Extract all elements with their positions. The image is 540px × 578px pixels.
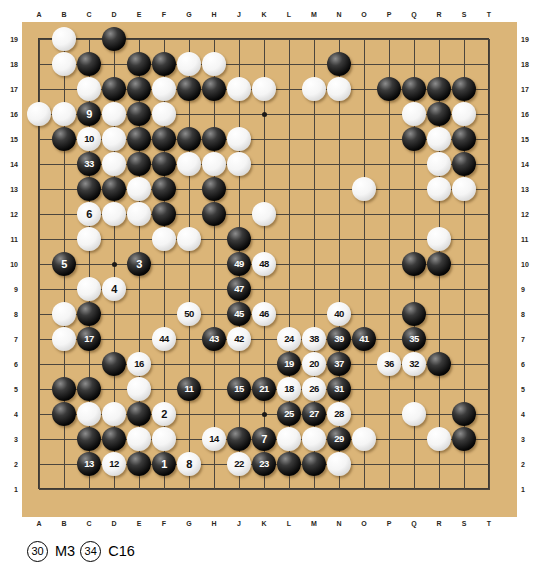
col-label-bottom-A: A [36,520,41,527]
stone-M5: 26 [302,377,326,401]
stone-O13 [352,177,376,201]
stone-G2: 8 [177,452,201,476]
row-label-left-4: 4 [0,411,18,418]
stone-E3 [127,427,151,451]
caption-move-34-stone: 34 [80,541,101,562]
stone-M2 [302,452,326,476]
row-label-left-1: 1 [0,486,18,493]
row-label-left-19: 19 [0,36,18,43]
kifu-diagram-page: 9103365349484475045464017444342243839413… [0,0,540,578]
col-label-top-T: T [487,11,491,18]
stone-Q10 [402,252,426,276]
col-label-top-O: O [361,11,366,18]
stone-Q7: 35 [402,327,426,351]
stone-S13 [452,177,476,201]
col-label-bottom-K: K [261,520,266,527]
stone-N2 [327,452,351,476]
move-number: 7 [261,434,267,445]
caption-move-30-point: M3 [55,543,75,559]
move-number: 12 [109,459,119,469]
move-number: 16 [134,359,144,369]
stone-D13 [102,177,126,201]
col-label-bottom-M: M [311,520,317,527]
stone-E13 [127,177,151,201]
stone-R6 [427,352,451,376]
stone-B7 [52,327,76,351]
move-number: 22 [234,459,244,469]
stone-F7: 44 [152,327,176,351]
move-number: 40 [334,309,344,319]
stone-N17 [327,77,351,101]
col-label-bottom-F: F [162,520,166,527]
move-number: 21 [259,384,269,394]
stone-E15 [127,127,151,151]
grid-line-v [389,39,390,490]
move-number: 41 [359,334,369,344]
col-label-top-E: E [137,11,142,18]
stone-F13 [152,177,176,201]
stone-N5: 31 [327,377,351,401]
stone-G15 [177,127,201,151]
col-label-top-D: D [111,11,116,18]
stone-A16 [27,102,51,126]
stone-J9: 47 [227,277,251,301]
move-number: 13 [84,459,94,469]
col-label-top-R: R [436,11,441,18]
stone-H17 [202,77,226,101]
stone-D12 [102,202,126,226]
stone-R14 [427,152,451,176]
col-label-bottom-T: T [487,520,491,527]
stone-F12 [152,202,176,226]
move-number: 45 [234,309,244,319]
col-label-bottom-S: S [462,520,467,527]
col-label-top-P: P [387,11,392,18]
stone-H15 [202,127,226,151]
stone-B19 [52,27,76,51]
stone-Q4 [402,402,426,426]
stone-D9: 4 [102,277,126,301]
stone-B15 [52,127,76,151]
stone-Q15 [402,127,426,151]
stone-C15: 10 [77,127,101,151]
stone-G17 [177,77,201,101]
stone-P6: 36 [377,352,401,376]
move-number: 5 [61,259,67,270]
move-number: 43 [209,334,219,344]
stone-B10: 5 [52,252,76,276]
stone-D19 [102,27,126,51]
col-label-bottom-J: J [237,520,241,527]
stone-S4 [452,402,476,426]
move-number: 25 [284,409,294,419]
stone-E14 [127,152,151,176]
col-label-top-H: H [211,11,216,18]
move-number: 44 [159,334,169,344]
row-label-left-9: 9 [0,286,18,293]
stone-K5: 21 [252,377,276,401]
move-number: 37 [334,359,344,369]
stone-B8 [52,302,76,326]
stone-J2: 22 [227,452,251,476]
stone-F3 [152,427,176,451]
stone-Q17 [402,77,426,101]
stone-H13 [202,177,226,201]
move-number: 6 [86,209,92,220]
col-label-top-A: A [36,11,41,18]
col-label-top-L: L [287,11,291,18]
stone-B16 [52,102,76,126]
stone-O7: 41 [352,327,376,351]
stone-F11 [152,227,176,251]
stone-G18 [177,52,201,76]
stone-G5: 11 [177,377,201,401]
stone-N7: 39 [327,327,351,351]
row-label-right-13: 13 [521,186,529,193]
row-label-left-10: 10 [0,261,18,268]
stone-F17 [152,77,176,101]
move-number: 10 [84,134,94,144]
stone-K8: 46 [252,302,276,326]
move-number: 39 [334,334,344,344]
move-number: 26 [309,384,319,394]
stone-M3 [302,427,326,451]
stone-S15 [452,127,476,151]
stone-E10: 3 [127,252,151,276]
row-label-right-4: 4 [521,411,525,418]
caption-move-30-number: 30 [31,545,43,557]
stone-R10 [427,252,451,276]
row-label-right-7: 7 [521,336,525,343]
stone-C13 [77,177,101,201]
move-number: 32 [409,359,419,369]
stone-S3 [452,427,476,451]
stone-R3 [427,427,451,451]
stone-F18 [152,52,176,76]
col-label-bottom-E: E [137,520,142,527]
stone-R17 [427,77,451,101]
col-label-top-Q: Q [411,11,416,18]
stone-R16 [427,102,451,126]
stone-J15 [227,127,251,151]
col-label-bottom-O: O [361,520,366,527]
move-number: 38 [309,334,319,344]
move-number: 3 [136,259,142,270]
col-label-bottom-P: P [387,520,392,527]
stone-E12 [127,202,151,226]
stone-P17 [377,77,401,101]
stone-S16 [452,102,476,126]
stone-C11 [77,227,101,251]
row-label-right-16: 16 [521,111,529,118]
stone-Q6: 32 [402,352,426,376]
stone-H3: 14 [202,427,226,451]
stone-D2: 12 [102,452,126,476]
row-label-left-13: 13 [0,186,18,193]
row-label-left-15: 15 [0,136,18,143]
stone-G8: 50 [177,302,201,326]
stone-R15 [427,127,451,151]
move-number: 4 [111,284,117,295]
move-number: 36 [384,359,394,369]
row-label-right-8: 8 [521,311,525,318]
move-number: 42 [234,334,244,344]
col-label-bottom-D: D [111,520,116,527]
row-label-left-16: 16 [0,111,18,118]
stone-K3: 7 [252,427,276,451]
stone-D6 [102,352,126,376]
col-label-bottom-Q: Q [411,520,416,527]
move-number: 27 [309,409,319,419]
row-label-right-15: 15 [521,136,529,143]
row-label-right-17: 17 [521,86,529,93]
row-label-right-18: 18 [521,61,529,68]
stone-J8: 45 [227,302,251,326]
row-label-right-6: 6 [521,361,525,368]
stone-J7: 42 [227,327,251,351]
row-label-left-18: 18 [0,61,18,68]
move-number: 15 [234,384,244,394]
move-number: 49 [234,259,244,269]
move-number: 35 [409,334,419,344]
row-label-right-5: 5 [521,386,525,393]
stone-J17 [227,77,251,101]
row-label-left-6: 6 [0,361,18,368]
move-number: 8 [186,459,192,470]
stone-E5 [127,377,151,401]
stone-M7: 38 [302,327,326,351]
stone-R11 [427,227,451,251]
row-label-left-5: 5 [0,386,18,393]
move-number: 20 [309,359,319,369]
stone-S17 [452,77,476,101]
stone-C16: 9 [77,102,101,126]
grid-line-v [364,39,365,490]
move-number: 14 [209,434,219,444]
move-number: 24 [284,334,294,344]
col-label-bottom-N: N [336,520,341,527]
stone-K10: 48 [252,252,276,276]
stone-N18 [327,52,351,76]
stone-D3 [102,427,126,451]
col-label-bottom-R: R [436,520,441,527]
stone-F4: 2 [152,402,176,426]
stone-R13 [427,177,451,201]
move-number: 2 [161,409,167,420]
star-point-D10 [112,262,117,267]
move-number: 23 [259,459,269,469]
move-number: 9 [86,109,92,120]
stone-C12: 6 [77,202,101,226]
stone-C5 [77,377,101,401]
move-caption: 30 M3 34 C16 [27,540,139,562]
move-number: 31 [334,384,344,394]
col-label-top-G: G [186,11,191,18]
stone-C8 [77,302,101,326]
stone-H12 [202,202,226,226]
stone-B18 [52,52,76,76]
col-label-bottom-H: H [211,520,216,527]
stone-N4: 28 [327,402,351,426]
stone-S14 [452,152,476,176]
col-label-bottom-B: B [61,520,66,527]
row-label-right-3: 3 [521,436,525,443]
stone-O3 [352,427,376,451]
stone-E6: 16 [127,352,151,376]
caption-move-34-number: 34 [85,545,97,557]
stone-C2: 13 [77,452,101,476]
move-number: 18 [284,384,294,394]
stone-J14 [227,152,251,176]
row-label-left-2: 2 [0,461,18,468]
caption-move-30-stone: 30 [27,541,48,562]
move-number: 11 [184,384,193,394]
row-label-right-12: 12 [521,211,529,218]
star-point-K16 [262,112,267,117]
stone-D16 [102,102,126,126]
row-label-right-1: 1 [521,486,525,493]
stone-F14 [152,152,176,176]
row-label-right-14: 14 [521,161,529,168]
col-label-bottom-G: G [186,520,191,527]
stone-M6: 20 [302,352,326,376]
col-label-top-S: S [462,11,467,18]
stone-L7: 24 [277,327,301,351]
move-number: 29 [334,434,344,444]
row-label-left-17: 17 [0,86,18,93]
stone-J10: 49 [227,252,251,276]
move-number: 47 [234,284,244,294]
stone-D4 [102,402,126,426]
col-label-top-K: K [261,11,266,18]
row-label-right-10: 10 [521,261,529,268]
stone-E4 [127,402,151,426]
stone-C14: 33 [77,152,101,176]
stone-L5: 18 [277,377,301,401]
col-label-top-J: J [237,11,241,18]
stone-L3 [277,427,301,451]
stone-J11 [227,227,251,251]
row-label-left-7: 7 [0,336,18,343]
stone-N3: 29 [327,427,351,451]
col-label-top-C: C [86,11,91,18]
stone-L4: 25 [277,402,301,426]
stone-D15 [102,127,126,151]
grid-line-h [39,489,490,490]
move-number: 33 [84,159,94,169]
stone-H14 [202,152,226,176]
move-number: 50 [184,309,194,319]
stone-C7: 17 [77,327,101,351]
row-label-left-12: 12 [0,211,18,218]
stone-E16 [127,102,151,126]
col-label-top-N: N [336,11,341,18]
stone-E17 [127,77,151,101]
move-number: 48 [259,259,269,269]
star-point-K4 [262,412,267,417]
stone-G11 [177,227,201,251]
row-label-left-11: 11 [0,236,18,243]
row-label-right-11: 11 [521,236,528,243]
stone-D17 [102,77,126,101]
move-number: 28 [334,409,344,419]
row-label-right-2: 2 [521,461,525,468]
grid-line-v [489,39,490,490]
stone-C3 [77,427,101,451]
move-number: 19 [284,359,294,369]
stone-L6: 19 [277,352,301,376]
stone-B4 [52,402,76,426]
stone-F2: 1 [152,452,176,476]
row-label-left-3: 3 [0,436,18,443]
go-board[interactable]: 9103365349484475045464017444342243839413… [22,22,517,517]
stone-E2 [127,452,151,476]
col-label-bottom-C: C [86,520,91,527]
stone-Q8 [402,302,426,326]
stone-N8: 40 [327,302,351,326]
stone-M17 [302,77,326,101]
row-label-right-19: 19 [521,36,529,43]
stone-L2 [277,452,301,476]
stone-K2: 23 [252,452,276,476]
stone-B5 [52,377,76,401]
stone-H7: 43 [202,327,226,351]
stone-K12 [252,202,276,226]
stone-H18 [202,52,226,76]
stone-E18 [127,52,151,76]
stone-C9 [77,277,101,301]
caption-move-34-point: C16 [108,543,135,559]
stone-C4 [77,402,101,426]
stone-N6: 37 [327,352,351,376]
row-label-left-14: 14 [0,161,18,168]
stone-G14 [177,152,201,176]
stone-F16 [152,102,176,126]
col-label-top-B: B [61,11,66,18]
stone-D14 [102,152,126,176]
stone-K17 [252,77,276,101]
col-label-top-F: F [162,11,166,18]
row-label-right-9: 9 [521,286,525,293]
move-number: 1 [161,459,167,470]
stone-Q16 [402,102,426,126]
stone-J5: 15 [227,377,251,401]
stone-M4: 27 [302,402,326,426]
col-label-bottom-L: L [287,520,291,527]
stone-C17 [77,77,101,101]
stone-F15 [152,127,176,151]
col-label-top-M: M [311,11,317,18]
move-number: 46 [259,309,269,319]
move-number: 17 [84,334,94,344]
row-label-left-8: 8 [0,311,18,318]
stone-C18 [77,52,101,76]
stone-J3 [227,427,251,451]
